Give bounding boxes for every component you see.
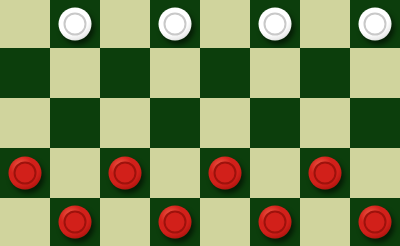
square-r3-c3[interactable] (150, 148, 200, 198)
red-piece[interactable] (109, 157, 142, 190)
square-r0-c5[interactable] (250, 0, 300, 48)
red-piece[interactable] (309, 157, 342, 190)
square-r1-c7[interactable] (350, 48, 400, 98)
square-r1-c6[interactable] (300, 48, 350, 98)
square-r3-c4[interactable] (200, 148, 250, 198)
square-r0-c4[interactable] (200, 0, 250, 48)
red-piece[interactable] (359, 206, 392, 239)
square-r4-c2[interactable] (100, 198, 150, 246)
square-r2-c2[interactable] (100, 98, 150, 148)
red-piece[interactable] (9, 157, 42, 190)
white-piece[interactable] (159, 8, 192, 41)
square-r3-c2[interactable] (100, 148, 150, 198)
square-r4-c6[interactable] (300, 198, 350, 246)
white-piece[interactable] (59, 8, 92, 41)
square-r2-c7[interactable] (350, 98, 400, 148)
square-r3-c0[interactable] (0, 148, 50, 198)
square-r0-c2[interactable] (100, 0, 150, 48)
red-piece[interactable] (59, 206, 92, 239)
square-r3-c7[interactable] (350, 148, 400, 198)
checkers-board (0, 0, 400, 246)
square-r1-c0[interactable] (0, 48, 50, 98)
square-r1-c2[interactable] (100, 48, 150, 98)
square-r2-c1[interactable] (50, 98, 100, 148)
red-piece[interactable] (209, 157, 242, 190)
square-r4-c5[interactable] (250, 198, 300, 246)
square-r1-c4[interactable] (200, 48, 250, 98)
square-r0-c6[interactable] (300, 0, 350, 48)
square-r0-c1[interactable] (50, 0, 100, 48)
square-r2-c4[interactable] (200, 98, 250, 148)
square-r2-c3[interactable] (150, 98, 200, 148)
square-r2-c5[interactable] (250, 98, 300, 148)
red-piece[interactable] (159, 206, 192, 239)
square-r3-c1[interactable] (50, 148, 100, 198)
square-r4-c3[interactable] (150, 198, 200, 246)
square-r1-c3[interactable] (150, 48, 200, 98)
red-piece[interactable] (259, 206, 292, 239)
square-r3-c6[interactable] (300, 148, 350, 198)
square-r2-c0[interactable] (0, 98, 50, 148)
white-piece[interactable] (359, 8, 392, 41)
square-r4-c1[interactable] (50, 198, 100, 246)
square-r4-c0[interactable] (0, 198, 50, 246)
square-r1-c1[interactable] (50, 48, 100, 98)
square-r0-c3[interactable] (150, 0, 200, 48)
square-r3-c5[interactable] (250, 148, 300, 198)
square-r4-c7[interactable] (350, 198, 400, 246)
square-r4-c4[interactable] (200, 198, 250, 246)
square-r0-c7[interactable] (350, 0, 400, 48)
square-r1-c5[interactable] (250, 48, 300, 98)
square-r2-c6[interactable] (300, 98, 350, 148)
white-piece[interactable] (259, 8, 292, 41)
square-r0-c0[interactable] (0, 0, 50, 48)
